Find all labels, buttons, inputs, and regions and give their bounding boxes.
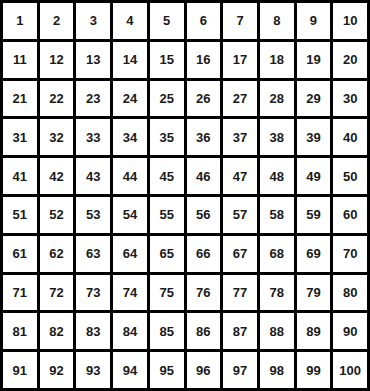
grid-cell: 14 (113, 42, 147, 78)
grid-cell: 57 (223, 197, 257, 233)
grid-cell: 40 (333, 119, 367, 155)
grid-cell: 64 (113, 236, 147, 272)
grid-cell: 72 (40, 275, 74, 311)
grid-cell: 56 (187, 197, 221, 233)
grid-cell: 60 (333, 197, 367, 233)
grid-cell: 93 (76, 352, 110, 388)
grid-cell: 99 (297, 352, 331, 388)
grid-cell: 27 (223, 81, 257, 117)
number-grid-diagram: 1234567891011121314151617181920212223242… (0, 0, 370, 391)
grid-cell: 100 (333, 352, 367, 388)
grid-cell: 45 (150, 158, 184, 194)
grid-cell: 52 (40, 197, 74, 233)
grid-cell: 86 (187, 313, 221, 349)
grid-cell: 35 (150, 119, 184, 155)
grid-cell: 85 (150, 313, 184, 349)
grid-cell: 28 (260, 81, 294, 117)
grid-cell: 47 (223, 158, 257, 194)
grid-cell: 95 (150, 352, 184, 388)
grid-cell: 19 (297, 42, 331, 78)
grid-cell: 77 (223, 275, 257, 311)
grid-cell: 4 (113, 3, 147, 39)
grid-cell: 30 (333, 81, 367, 117)
hundred-chart-board: 1234567891011121314151617181920212223242… (0, 0, 370, 391)
grid-cell: 54 (113, 197, 147, 233)
grid-cell: 3 (76, 3, 110, 39)
grid-cell: 2 (40, 3, 74, 39)
grid-cell: 59 (297, 197, 331, 233)
grid-cell: 90 (333, 313, 367, 349)
grid-cell: 9 (297, 3, 331, 39)
grid-cell: 21 (3, 81, 37, 117)
grid-cell: 29 (297, 81, 331, 117)
grid-cell: 79 (297, 275, 331, 311)
grid-cell: 73 (76, 275, 110, 311)
grid-cell: 33 (76, 119, 110, 155)
grid-cell: 58 (260, 197, 294, 233)
grid-cell: 91 (3, 352, 37, 388)
grid-cell: 81 (3, 313, 37, 349)
grid-cell: 87 (223, 313, 257, 349)
grid-cell: 69 (297, 236, 331, 272)
grid-cell: 74 (113, 275, 147, 311)
grid-cell: 78 (260, 275, 294, 311)
grid-cell: 39 (297, 119, 331, 155)
grid-cell: 7 (223, 3, 257, 39)
grid-cell: 46 (187, 158, 221, 194)
grid-cell: 75 (150, 275, 184, 311)
grid-cell: 62 (40, 236, 74, 272)
grid-cell: 36 (187, 119, 221, 155)
grid-cell: 49 (297, 158, 331, 194)
grid-cell: 37 (223, 119, 257, 155)
grid-cell: 1 (3, 3, 37, 39)
grid-cell: 24 (113, 81, 147, 117)
grid-cell: 76 (187, 275, 221, 311)
grid-cell: 17 (223, 42, 257, 78)
grid-cell: 6 (187, 3, 221, 39)
grid-cell: 23 (76, 81, 110, 117)
grid-cell: 65 (150, 236, 184, 272)
grid-cell: 42 (40, 158, 74, 194)
grid-cell: 89 (297, 313, 331, 349)
grid-cell: 50 (333, 158, 367, 194)
grid-cell: 92 (40, 352, 74, 388)
grid-cell: 10 (333, 3, 367, 39)
grid-cell: 97 (223, 352, 257, 388)
grid-cell: 94 (113, 352, 147, 388)
grid-cell: 44 (113, 158, 147, 194)
grid-cell: 48 (260, 158, 294, 194)
grid-cell: 18 (260, 42, 294, 78)
grid-cell: 80 (333, 275, 367, 311)
grid-cell: 32 (40, 119, 74, 155)
grid-cell: 12 (40, 42, 74, 78)
grid-cell: 16 (187, 42, 221, 78)
grid-cell: 25 (150, 81, 184, 117)
grid-cell: 83 (76, 313, 110, 349)
grid-cell: 43 (76, 158, 110, 194)
grid-cell: 38 (260, 119, 294, 155)
grid-cell: 41 (3, 158, 37, 194)
grid-cell: 15 (150, 42, 184, 78)
grid-cell: 22 (40, 81, 74, 117)
grid-cell: 11 (3, 42, 37, 78)
grid-cell: 70 (333, 236, 367, 272)
grid-cell: 53 (76, 197, 110, 233)
grid-cell: 31 (3, 119, 37, 155)
grid-cell: 88 (260, 313, 294, 349)
grid-cell: 68 (260, 236, 294, 272)
grid-cell: 13 (76, 42, 110, 78)
grid-cell: 63 (76, 236, 110, 272)
grid-cell: 96 (187, 352, 221, 388)
grid-cell: 55 (150, 197, 184, 233)
grid-cell: 82 (40, 313, 74, 349)
grid-cell: 26 (187, 81, 221, 117)
grid-cell: 8 (260, 3, 294, 39)
grid-cell: 61 (3, 236, 37, 272)
grid-cell: 51 (3, 197, 37, 233)
grid-cell: 66 (187, 236, 221, 272)
grid-cell: 20 (333, 42, 367, 78)
grid-cell: 98 (260, 352, 294, 388)
grid-cell: 71 (3, 275, 37, 311)
grid-cell: 34 (113, 119, 147, 155)
grid-cell: 84 (113, 313, 147, 349)
grid-cell: 5 (150, 3, 184, 39)
grid-cell: 67 (223, 236, 257, 272)
